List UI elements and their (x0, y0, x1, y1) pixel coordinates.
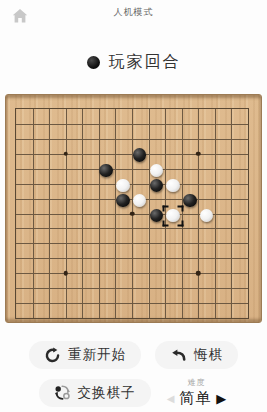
intersection-0-5[interactable] (0, 163, 14, 178)
intersection-4-2[interactable] (64, 118, 81, 133)
intersection-3-12[interactable] (48, 268, 65, 283)
intersection-9-5[interactable] (148, 163, 165, 178)
intersection-13-11[interactable] (215, 253, 232, 268)
intersection-14-10[interactable] (232, 238, 249, 253)
intersection-12-1[interactable] (198, 102, 215, 117)
intersection-2-12[interactable] (31, 268, 48, 283)
intersection-14-4[interactable] (232, 148, 249, 163)
intersection-12-2[interactable] (198, 118, 215, 133)
intersection-1-12[interactable] (14, 268, 31, 283)
intersection-6-2[interactable] (98, 118, 115, 133)
intersection-14-0[interactable] (232, 87, 249, 102)
intersection-12-3[interactable] (198, 133, 215, 148)
intersection-5-10[interactable] (81, 238, 98, 253)
intersection-10-5[interactable] (165, 163, 182, 178)
intersection-3-14[interactable] (48, 298, 65, 313)
intersection-1-0[interactable] (14, 87, 31, 102)
intersection-14-3[interactable] (232, 133, 249, 148)
intersection-10-2[interactable] (165, 118, 182, 133)
intersection-2-2[interactable] (31, 118, 48, 133)
intersection-13-0[interactable] (215, 87, 232, 102)
chevron-left-icon[interactable]: ◀ (167, 393, 175, 404)
intersection-2-9[interactable] (31, 223, 48, 238)
white-stone (133, 194, 147, 208)
intersection-7-2[interactable] (115, 118, 132, 133)
intersection-7-0[interactable] (115, 87, 132, 102)
intersection-13-1[interactable] (215, 102, 232, 117)
intersection-4-5[interactable] (64, 163, 81, 178)
intersection-2-13[interactable] (31, 283, 48, 298)
turn-indicator: 玩家回合 (0, 52, 267, 73)
intersection-4-13[interactable] (64, 283, 81, 298)
intersection-4-11[interactable] (64, 253, 81, 268)
intersection-8-5[interactable] (131, 163, 148, 178)
intersection-8-13[interactable] (131, 283, 148, 298)
intersection-12-9[interactable] (198, 223, 215, 238)
intersection-2-1[interactable] (31, 102, 48, 117)
intersection-2-8[interactable] (31, 208, 48, 223)
intersection-4-8[interactable] (64, 208, 81, 223)
intersection-6-6[interactable] (98, 178, 115, 193)
intersection-0-13[interactable] (0, 283, 14, 298)
intersection-8-11[interactable] (131, 253, 148, 268)
intersection-12-8[interactable] (198, 208, 215, 223)
undo-icon (170, 347, 187, 364)
intersection-6-8[interactable] (98, 208, 115, 223)
black-stone (150, 179, 164, 193)
intersection-6-9[interactable] (98, 223, 115, 238)
black-stone (99, 164, 113, 178)
intersection-14-8[interactable] (232, 208, 249, 223)
intersection-14-9[interactable] (232, 223, 249, 238)
intersection-6-7[interactable] (98, 193, 115, 208)
intersection-1-11[interactable] (14, 253, 31, 268)
intersection-6-13[interactable] (98, 283, 115, 298)
intersection-13-13[interactable] (215, 283, 232, 298)
intersection-4-12[interactable] (64, 268, 81, 283)
intersection-13-10[interactable] (215, 238, 232, 253)
intersection-3-4[interactable] (48, 148, 65, 163)
intersection-10-3[interactable] (165, 133, 182, 148)
intersection-0-12[interactable] (0, 268, 14, 283)
intersection-4-1[interactable] (64, 102, 81, 117)
intersection-8-9[interactable] (131, 223, 148, 238)
intersection-2-14[interactable] (31, 298, 48, 313)
intersection-9-9[interactable] (148, 223, 165, 238)
intersection-12-4[interactable] (198, 148, 215, 163)
intersection-11-9[interactable] (181, 223, 198, 238)
intersection-14-14[interactable] (232, 298, 249, 313)
intersection-14-12[interactable] (232, 268, 249, 283)
intersection-4-9[interactable] (64, 223, 81, 238)
intersection-13-6[interactable] (215, 178, 232, 193)
intersection-0-3[interactable] (0, 133, 14, 148)
intersection-9-2[interactable] (148, 118, 165, 133)
intersection-5-7[interactable] (81, 193, 98, 208)
intersection-1-5[interactable] (14, 163, 31, 178)
intersection-6-3[interactable] (98, 133, 115, 148)
intersection-10-4[interactable] (165, 148, 182, 163)
intersection-11-6[interactable] (181, 178, 198, 193)
intersection-7-10[interactable] (115, 238, 132, 253)
intersection-11-3[interactable] (181, 133, 198, 148)
intersection-5-1[interactable] (81, 102, 98, 117)
intersection-7-11[interactable] (115, 253, 132, 268)
top-bar: 人机模式 (0, 0, 267, 28)
intersection-3-0[interactable] (48, 87, 65, 102)
intersection-8-3[interactable] (131, 133, 148, 148)
intersection-11-12[interactable] (181, 268, 198, 283)
intersection-2-0[interactable] (31, 87, 48, 102)
undo-label: 悔棋 (194, 346, 223, 364)
intersection-9-8[interactable] (148, 208, 165, 223)
intersection-12-10[interactable] (198, 238, 215, 253)
intersection-12-6[interactable] (198, 178, 215, 193)
intersection-13-7[interactable] (215, 193, 232, 208)
difficulty-row: ◀ 简单 ▶ (167, 389, 227, 408)
intersection-6-1[interactable] (98, 102, 115, 117)
intersection-0-6[interactable] (0, 178, 14, 193)
intersection-10-8[interactable] (165, 208, 182, 223)
intersection-2-5[interactable] (31, 163, 48, 178)
intersection-0-10[interactable] (0, 238, 14, 253)
intersection-0-1[interactable] (0, 102, 14, 117)
intersection-10-10[interactable] (165, 238, 182, 253)
intersection-5-9[interactable] (81, 223, 98, 238)
intersection-9-13[interactable] (148, 283, 165, 298)
intersection-11-8[interactable] (181, 208, 198, 223)
intersection-3-8[interactable] (48, 208, 65, 223)
intersection-13-12[interactable] (215, 268, 232, 283)
difficulty-selector: 难度 ◀ 简单 ▶ (165, 377, 229, 408)
intersection-4-3[interactable] (64, 133, 81, 148)
intersection-5-6[interactable] (81, 178, 98, 193)
intersection-13-4[interactable] (215, 148, 232, 163)
intersection-7-8[interactable] (115, 208, 132, 223)
intersection-0-2[interactable] (0, 118, 14, 133)
intersection-6-11[interactable] (98, 253, 115, 268)
white-stone (150, 164, 164, 178)
intersection-14-2[interactable] (232, 118, 249, 133)
white-stone (166, 179, 180, 193)
intersection-8-0[interactable] (131, 87, 148, 102)
intersection-7-5[interactable] (115, 163, 132, 178)
intersection-10-6[interactable] (165, 178, 182, 193)
intersection-11-5[interactable] (181, 163, 198, 178)
intersection-8-14[interactable] (131, 298, 148, 313)
intersection-2-11[interactable] (31, 253, 48, 268)
intersection-6-5[interactable] (98, 163, 115, 178)
intersection-1-13[interactable] (14, 283, 31, 298)
intersection-8-10[interactable] (131, 238, 148, 253)
intersection-0-0[interactable] (0, 87, 14, 102)
gomoku-app: 人机模式 玩家回合 重新开始 (0, 0, 267, 412)
intersection-7-4[interactable] (115, 148, 132, 163)
intersection-4-6[interactable] (64, 178, 81, 193)
intersection-1-9[interactable] (14, 223, 31, 238)
restart-label: 重新开始 (68, 346, 126, 364)
intersection-2-10[interactable] (31, 238, 48, 253)
intersection-1-14[interactable] (14, 298, 31, 313)
black-stone (183, 194, 197, 208)
intersection-12-0[interactable] (198, 87, 215, 102)
intersection-5-12[interactable] (81, 268, 98, 283)
intersection-1-2[interactable] (14, 118, 31, 133)
intersection-10-0[interactable] (165, 87, 182, 102)
intersection-5-13[interactable] (81, 283, 98, 298)
page-title: 人机模式 (0, 6, 267, 19)
intersection-5-8[interactable] (81, 208, 98, 223)
swap-pieces-button[interactable]: 交换棋子 (39, 379, 151, 407)
intersection-9-1[interactable] (148, 102, 165, 117)
intersection-5-11[interactable] (81, 253, 98, 268)
intersection-11-13[interactable] (181, 283, 198, 298)
intersection-13-5[interactable] (215, 163, 232, 178)
intersection-8-7[interactable] (131, 193, 148, 208)
intersection-3-9[interactable] (48, 223, 65, 238)
intersection-1-3[interactable] (14, 133, 31, 148)
swap-label: 交换棋子 (78, 384, 136, 402)
control-panel: 重新开始 悔棋 (0, 341, 267, 408)
intersection-2-4[interactable] (31, 148, 48, 163)
intersection-7-1[interactable] (115, 102, 132, 117)
black-stone (133, 148, 147, 162)
intersection-9-11[interactable] (148, 253, 165, 268)
intersection-1-4[interactable] (14, 148, 31, 163)
intersection-1-1[interactable] (14, 102, 31, 117)
intersection-7-12[interactable] (115, 268, 132, 283)
intersection-3-5[interactable] (48, 163, 65, 178)
intersection-10-14[interactable] (165, 298, 182, 313)
control-row-2: 交换棋子 难度 ◀ 简单 ▶ (39, 377, 229, 408)
intersection-3-13[interactable] (48, 283, 65, 298)
restart-icon (44, 347, 61, 364)
intersection-6-12[interactable] (98, 268, 115, 283)
intersection-10-11[interactable] (165, 253, 182, 268)
intersection-3-7[interactable] (48, 193, 65, 208)
intersection-2-6[interactable] (31, 178, 48, 193)
intersection-3-2[interactable] (48, 118, 65, 133)
intersection-9-14[interactable] (148, 298, 165, 313)
intersection-4-10[interactable] (64, 238, 81, 253)
black-stone (116, 194, 130, 208)
intersection-0-4[interactable] (0, 148, 14, 163)
intersection-0-7[interactable] (0, 193, 14, 208)
intersection-4-0[interactable] (64, 87, 81, 102)
intersection-9-12[interactable] (148, 268, 165, 283)
intersection-13-2[interactable] (215, 118, 232, 133)
intersection-7-13[interactable] (115, 283, 132, 298)
intersection-11-14[interactable] (181, 298, 198, 313)
intersection-8-12[interactable] (131, 268, 148, 283)
intersection-14-5[interactable] (232, 163, 249, 178)
intersection-14-6[interactable] (232, 178, 249, 193)
intersection-9-0[interactable] (148, 87, 165, 102)
intersection-1-10[interactable] (14, 238, 31, 253)
intersection-13-14[interactable] (215, 298, 232, 313)
intersection-5-0[interactable] (81, 87, 98, 102)
board-cells (0, 87, 248, 313)
restart-button[interactable]: 重新开始 (29, 341, 141, 369)
intersection-14-13[interactable] (232, 283, 249, 298)
intersection-11-4[interactable] (181, 148, 198, 163)
undo-button[interactable]: 悔棋 (155, 341, 238, 369)
intersection-9-6[interactable] (148, 178, 165, 193)
intersection-12-5[interactable] (198, 163, 215, 178)
intersection-11-10[interactable] (181, 238, 198, 253)
intersection-8-6[interactable] (131, 178, 148, 193)
intersection-9-4[interactable] (148, 148, 165, 163)
intersection-3-3[interactable] (48, 133, 65, 148)
intersection-0-14[interactable] (0, 298, 14, 313)
intersection-5-14[interactable] (81, 298, 98, 313)
intersection-12-14[interactable] (198, 298, 215, 313)
white-stone (200, 209, 214, 223)
intersection-7-7[interactable] (115, 193, 132, 208)
intersection-11-2[interactable] (181, 118, 198, 133)
intersection-5-5[interactable] (81, 163, 98, 178)
black-stone-icon (87, 56, 100, 69)
intersection-13-3[interactable] (215, 133, 232, 148)
intersection-9-7[interactable] (148, 193, 165, 208)
intersection-6-4[interactable] (98, 148, 115, 163)
intersection-10-7[interactable] (165, 193, 182, 208)
intersection-14-11[interactable] (232, 253, 249, 268)
intersection-1-6[interactable] (14, 178, 31, 193)
difficulty-label: 难度 (188, 377, 206, 388)
intersection-5-2[interactable] (81, 118, 98, 133)
intersection-8-8[interactable] (131, 208, 148, 223)
intersection-7-3[interactable] (115, 133, 132, 148)
intersection-13-9[interactable] (215, 223, 232, 238)
intersection-12-12[interactable] (198, 268, 215, 283)
intersection-0-11[interactable] (0, 253, 14, 268)
intersection-2-3[interactable] (31, 133, 48, 148)
chevron-right-icon[interactable]: ▶ (216, 391, 226, 406)
intersection-8-4[interactable] (131, 148, 148, 163)
intersection-2-7[interactable] (31, 193, 48, 208)
intersection-4-14[interactable] (64, 298, 81, 313)
intersection-14-7[interactable] (232, 193, 249, 208)
intersection-11-11[interactable] (181, 253, 198, 268)
intersection-10-9[interactable] (165, 223, 182, 238)
intersection-6-0[interactable] (98, 87, 115, 102)
intersection-10-12[interactable] (165, 268, 182, 283)
intersection-6-14[interactable] (98, 298, 115, 313)
intersection-10-13[interactable] (165, 283, 182, 298)
intersection-7-14[interactable] (115, 298, 132, 313)
intersection-3-11[interactable] (48, 253, 65, 268)
intersection-3-1[interactable] (48, 102, 65, 117)
intersection-3-10[interactable] (48, 238, 65, 253)
intersection-12-13[interactable] (198, 283, 215, 298)
intersection-7-9[interactable] (115, 223, 132, 238)
intersection-8-2[interactable] (131, 118, 148, 133)
intersection-11-0[interactable] (181, 87, 198, 102)
intersection-9-10[interactable] (148, 238, 165, 253)
game-board (5, 94, 262, 323)
intersection-4-7[interactable] (64, 193, 81, 208)
black-stone (150, 209, 164, 223)
intersection-4-4[interactable] (64, 148, 81, 163)
white-stone (166, 209, 180, 223)
intersection-9-3[interactable] (148, 133, 165, 148)
intersection-1-8[interactable] (14, 208, 31, 223)
intersection-12-11[interactable] (198, 253, 215, 268)
intersection-0-9[interactable] (0, 223, 14, 238)
intersection-5-4[interactable] (81, 148, 98, 163)
intersection-12-7[interactable] (198, 193, 215, 208)
intersection-8-1[interactable] (131, 102, 148, 117)
intersection-7-6[interactable] (115, 178, 132, 193)
intersection-13-8[interactable] (215, 208, 232, 223)
difficulty-value: 简单 (179, 389, 211, 408)
intersection-5-3[interactable] (81, 133, 98, 148)
intersection-1-7[interactable] (14, 193, 31, 208)
intersection-0-8[interactable] (0, 208, 14, 223)
intersection-6-10[interactable] (98, 238, 115, 253)
swap-icon (54, 384, 71, 401)
intersection-11-1[interactable] (181, 102, 198, 117)
turn-text: 玩家回合 (109, 52, 181, 73)
control-row-1: 重新开始 悔棋 (29, 341, 238, 369)
intersection-14-1[interactable] (232, 102, 249, 117)
intersection-3-6[interactable] (48, 178, 65, 193)
white-stone (116, 179, 130, 193)
intersection-10-1[interactable] (165, 102, 182, 117)
intersection-11-7[interactable] (181, 193, 198, 208)
